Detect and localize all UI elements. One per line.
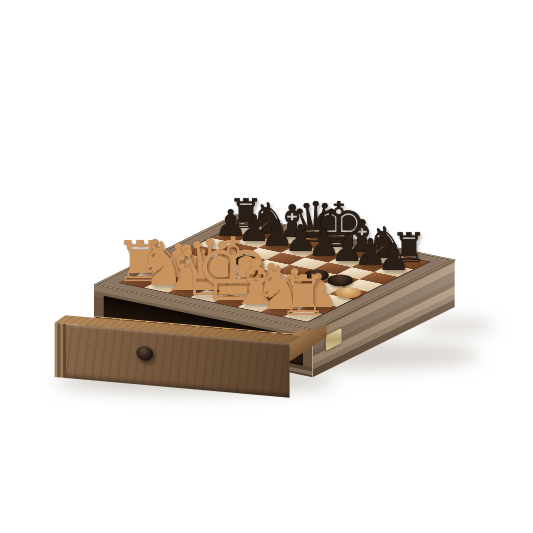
brass-plaque <box>325 327 342 352</box>
drawer-knob <box>136 345 153 361</box>
drawer-front-molding <box>55 323 68 378</box>
product-photo-stage: ♜♞♟♝♟♛♟♚♟♝♟♞♟♜♟♟♟♟♜♟♞♟♝♟♛♟♚♟♝♟♞♜ <box>0 0 533 533</box>
